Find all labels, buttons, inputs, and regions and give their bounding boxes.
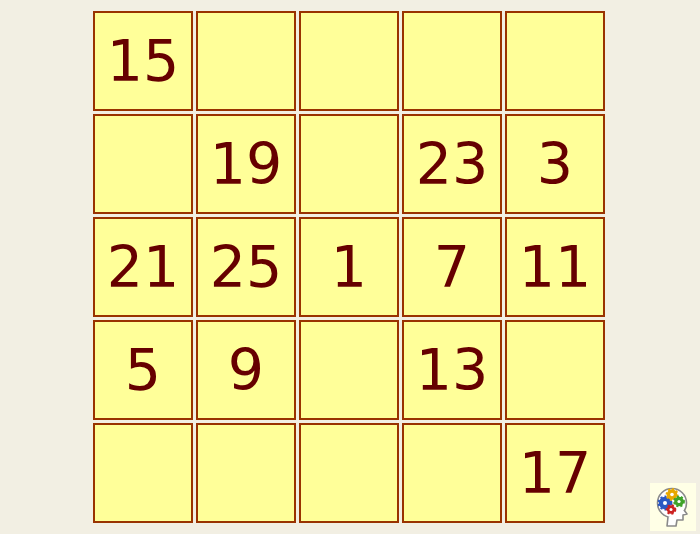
cell-r5c3[interactable] <box>299 423 399 523</box>
cell-r3c2: 25 <box>196 217 296 317</box>
cell-r2c2: 19 <box>196 114 296 214</box>
cell-r2c5: 3 <box>505 114 605 214</box>
cell-r5c5: 17 <box>505 423 605 523</box>
cell-r3c5: 11 <box>505 217 605 317</box>
cell-r1c5[interactable] <box>505 11 605 111</box>
cell-r4c5[interactable] <box>505 320 605 420</box>
cell-r4c3[interactable] <box>299 320 399 420</box>
gear-red <box>667 505 675 513</box>
cell-r5c2[interactable] <box>196 423 296 523</box>
brainbashers-logo <box>650 483 696 531</box>
gear-green <box>674 497 684 507</box>
cell-r2c4: 23 <box>402 114 502 214</box>
cell-r3c3: 1 <box>299 217 399 317</box>
cell-r3c4: 7 <box>402 217 502 317</box>
cell-r2c3[interactable] <box>299 114 399 214</box>
head-gears-icon <box>653 486 693 528</box>
cell-r3c1: 21 <box>93 217 193 317</box>
cell-r4c4: 13 <box>402 320 502 420</box>
cell-r5c1[interactable] <box>93 423 193 523</box>
cell-r1c2[interactable] <box>196 11 296 111</box>
cell-r4c1: 5 <box>93 320 193 420</box>
cell-r2c1[interactable] <box>93 114 193 214</box>
cell-r1c4[interactable] <box>402 11 502 111</box>
cell-r4c2: 9 <box>196 320 296 420</box>
cell-r5c4[interactable] <box>402 423 502 523</box>
puzzle-board: 151923321251711591317 <box>93 11 605 523</box>
cell-r1c3[interactable] <box>299 11 399 111</box>
cell-r1c1: 15 <box>93 11 193 111</box>
